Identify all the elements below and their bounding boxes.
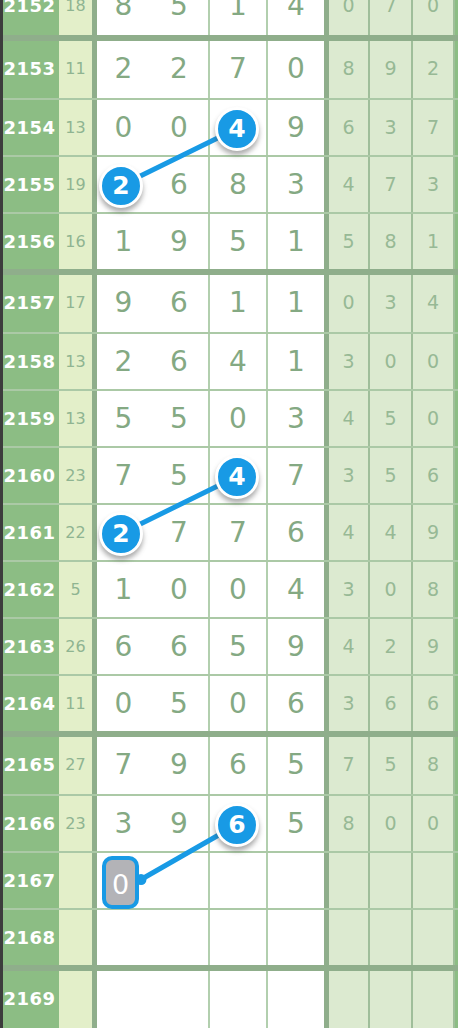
stat-digit-cell: 4 — [324, 391, 368, 446]
draw-row: 2164110506366 — [0, 674, 458, 731]
draw-row: 2153112270892 — [0, 41, 458, 98]
draw-digit-cell: 9 — [92, 275, 150, 332]
draw-digit-cell: 0 — [150, 100, 208, 155]
digit-sum-value: 11 — [59, 676, 92, 731]
digit-sum-value — [59, 910, 92, 965]
stat-digit-cell: 8 — [368, 214, 411, 269]
stat-digit-cell: 0 — [324, 0, 368, 35]
draw-digit-cell: 6 — [266, 505, 324, 560]
picked-number-marker[interactable]: 6 — [215, 803, 259, 847]
draw-digit-cell: 8 — [208, 157, 266, 212]
digit-sum-value — [59, 853, 92, 908]
stat-digit-cell: 3 — [368, 275, 411, 332]
draw-digit-cell: 0 — [208, 562, 266, 617]
stat-digit-cell: 6 — [324, 100, 368, 155]
stat-digit-cell: 3 — [324, 448, 368, 503]
issue-number: 2152 — [0, 0, 59, 35]
draw-digit-cell: 6 — [150, 619, 208, 674]
draw-digit-cell: 7 — [92, 737, 150, 794]
digit-sum-value — [59, 971, 92, 1028]
stat-digit-cell: 9 — [411, 619, 455, 674]
stat-digit-cell: 2 — [368, 619, 411, 674]
draw-digit-cell: 5 — [92, 391, 150, 446]
stat-digit-cell: 8 — [411, 562, 455, 617]
stat-digit-cell: 5 — [368, 391, 411, 446]
stat-digit-cell: 3 — [368, 100, 411, 155]
draw-digit-cell[interactable] — [150, 910, 208, 965]
stat-digit-cell: 3 — [324, 562, 368, 617]
screen-left-edge — [0, 0, 3, 1028]
draw-rows: 2152188514070215311227089221541300496372… — [0, 0, 458, 1028]
issue-number: 2155 — [0, 157, 59, 212]
stat-digit-cell: 0 — [411, 0, 455, 35]
stat-digit-cell: 9 — [411, 505, 455, 560]
picked-number-marker[interactable]: 4 — [215, 107, 259, 151]
draw-row: 2168 — [0, 908, 458, 965]
draw-digit-cell: 6 — [92, 619, 150, 674]
stat-digit-cell: 3 — [411, 157, 455, 212]
draw-digit-cell: 5 — [150, 676, 208, 731]
stat-digit-cell: 7 — [368, 157, 411, 212]
draw-digit-cell[interactable] — [92, 971, 150, 1028]
draw-row: 2169 — [0, 971, 458, 1028]
stat-digit-cell: 4 — [324, 157, 368, 212]
issue-number: 2158 — [0, 334, 59, 389]
digit-sum-value: 16 — [59, 214, 92, 269]
digit-sum-value: 11 — [59, 41, 92, 98]
draw-digit-cell: 6 — [150, 275, 208, 332]
digit-sum-value: 23 — [59, 796, 92, 851]
draw-digit-cell[interactable] — [92, 910, 150, 965]
draw-digit-cell[interactable] — [208, 910, 266, 965]
draw-digit-cell: 1 — [92, 562, 150, 617]
stat-digit-cell: 6 — [368, 676, 411, 731]
draw-digit-cell: 1 — [208, 275, 266, 332]
draw-digit-cell: 5 — [208, 619, 266, 674]
stat-digit-cell — [411, 971, 455, 1028]
draw-row: 2155192683473 — [0, 155, 458, 212]
stat-digit-cell: 8 — [324, 796, 368, 851]
issue-number: 2160 — [0, 448, 59, 503]
draw-digit-cell: 3 — [266, 391, 324, 446]
stat-digit-cell — [368, 853, 411, 908]
draw-digit-cell: 4 — [266, 0, 324, 35]
stat-digit-cell: 4 — [324, 619, 368, 674]
draw-digit-cell: 0 — [266, 41, 324, 98]
stat-digit-cell: 1 — [411, 214, 455, 269]
stat-digit-cell: 3 — [324, 334, 368, 389]
pending-pick-box[interactable]: 0 — [102, 856, 139, 909]
draw-digit-cell: 9 — [266, 619, 324, 674]
draw-digit-cell: 9 — [150, 214, 208, 269]
draw-digit-cell: 1 — [266, 214, 324, 269]
stat-digit-cell: 8 — [324, 41, 368, 98]
digit-sum-value: 13 — [59, 391, 92, 446]
draw-digit-cell: 6 — [208, 737, 266, 794]
digit-sum-value: 13 — [59, 334, 92, 389]
stat-digit-cell: 9 — [368, 41, 411, 98]
stat-digit-cell: 0 — [411, 391, 455, 446]
draw-row: 2163266659429 — [0, 617, 458, 674]
stat-digit-cell — [324, 971, 368, 1028]
stat-digit-cell: 5 — [368, 737, 411, 794]
draw-digit-cell: 3 — [92, 796, 150, 851]
stat-digit-cell: 0 — [411, 334, 455, 389]
draw-digit-cell: 0 — [208, 391, 266, 446]
draw-digit-cell[interactable] — [266, 853, 324, 908]
stat-digit-cell — [368, 910, 411, 965]
stat-digit-cell: 4 — [368, 505, 411, 560]
draw-digit-cell[interactable] — [208, 971, 266, 1028]
draw-digit-cell: 7 — [208, 41, 266, 98]
draw-row: 216251004308 — [0, 560, 458, 617]
draw-digit-cell: 9 — [266, 100, 324, 155]
draw-digit-cell: 4 — [208, 334, 266, 389]
draw-digit-cell[interactable] — [266, 971, 324, 1028]
stat-digit-cell — [324, 910, 368, 965]
draw-digit-cell: 5 — [150, 391, 208, 446]
draw-digit-cell: 4 — [266, 562, 324, 617]
issue-number: 2164 — [0, 676, 59, 731]
digit-sum-value: 22 — [59, 505, 92, 560]
stat-digit-cell: 0 — [411, 796, 455, 851]
issue-number: 2161 — [0, 505, 59, 560]
draw-digit-cell: 6 — [150, 334, 208, 389]
stat-digit-cell: 7 — [324, 737, 368, 794]
draw-digit-cell[interactable] — [150, 853, 208, 908]
stat-digit-cell: 0 — [368, 334, 411, 389]
lottery-trend-chart: 2152188514070215311227089221541300496372… — [0, 0, 458, 1028]
issue-number: 2165 — [0, 737, 59, 794]
digit-sum-value: 19 — [59, 157, 92, 212]
stat-digit-cell: 6 — [411, 448, 455, 503]
stat-digit-cell: 5 — [324, 214, 368, 269]
draw-digit-cell: 7 — [266, 448, 324, 503]
stat-digit-cell — [411, 853, 455, 908]
stat-digit-cell: 4 — [411, 275, 455, 332]
issue-number: 2163 — [0, 619, 59, 674]
issue-number: 2154 — [0, 100, 59, 155]
issue-number: 2167 — [0, 853, 59, 908]
draw-digit-cell: 9 — [150, 796, 208, 851]
digit-sum-value: 26 — [59, 619, 92, 674]
draw-digit-cell: 1 — [92, 214, 150, 269]
stat-digit-cell — [324, 853, 368, 908]
stat-digit-cell: 6 — [411, 676, 455, 731]
draw-digit-cell: 6 — [150, 157, 208, 212]
digit-sum-value: 18 — [59, 0, 92, 35]
draw-digit-cell[interactable] — [266, 910, 324, 965]
stat-digit-cell: 0 — [368, 562, 411, 617]
draw-digit-cell: 0 — [150, 562, 208, 617]
draw-digit-cell: 6 — [266, 676, 324, 731]
draw-digit-cell: 2 — [92, 334, 150, 389]
digit-sum-value: 27 — [59, 737, 92, 794]
issue-number: 2168 — [0, 910, 59, 965]
issue-number: 2162 — [0, 562, 59, 617]
draw-row: 2152188514070 — [0, 0, 458, 35]
draw-digit-cell: 9 — [150, 737, 208, 794]
stat-digit-cell: 0 — [324, 275, 368, 332]
draw-row: 2157179611034 — [0, 275, 458, 332]
draw-digit-cell: 5 — [150, 0, 208, 35]
draw-digit-cell: 1 — [266, 334, 324, 389]
picked-number-marker[interactable]: 2 — [99, 512, 143, 556]
issue-number: 2166 — [0, 796, 59, 851]
stat-digit-cell: 7 — [411, 100, 455, 155]
issue-number: 2159 — [0, 391, 59, 446]
draw-row: 2161222776449 — [0, 503, 458, 560]
issue-number: 2169 — [0, 971, 59, 1028]
draw-row: 2159135503450 — [0, 389, 458, 446]
stat-digit-cell: 4 — [324, 505, 368, 560]
digit-sum-value: 5 — [59, 562, 92, 617]
digit-sum-value: 13 — [59, 100, 92, 155]
issue-number: 2157 — [0, 275, 59, 332]
draw-digit-cell: 5 — [208, 214, 266, 269]
draw-digit-cell: 1 — [208, 0, 266, 35]
draw-digit-cell: 7 — [150, 505, 208, 560]
picked-number-marker[interactable]: 4 — [215, 455, 259, 499]
draw-digit-cell: 1 — [266, 275, 324, 332]
draw-digit-cell: 5 — [266, 796, 324, 851]
stat-digit-cell: 5 — [368, 448, 411, 503]
draw-digit-cell: 3 — [266, 157, 324, 212]
draw-digit-cell: 5 — [266, 737, 324, 794]
stat-digit-cell: 7 — [368, 0, 411, 35]
issue-number: 2156 — [0, 214, 59, 269]
draw-digit-cell: 5 — [150, 448, 208, 503]
draw-digit-cell: 7 — [208, 505, 266, 560]
stat-digit-cell: 3 — [324, 676, 368, 731]
digit-sum-value: 23 — [59, 448, 92, 503]
draw-digit-cell: 2 — [150, 41, 208, 98]
stat-digit-cell — [368, 971, 411, 1028]
draw-digit-cell[interactable] — [208, 853, 266, 908]
draw-row: 2158132641300 — [0, 332, 458, 389]
stat-digit-cell — [411, 910, 455, 965]
picked-number-marker[interactable]: 2 — [99, 164, 143, 208]
stat-digit-cell: 8 — [411, 737, 455, 794]
draw-row: 2165277965758 — [0, 737, 458, 794]
draw-digit-cell: 2 — [92, 41, 150, 98]
digit-sum-value: 17 — [59, 275, 92, 332]
draw-digit-cell[interactable] — [150, 971, 208, 1028]
issue-number: 2153 — [0, 41, 59, 98]
stat-digit-cell: 2 — [411, 41, 455, 98]
draw-digit-cell: 0 — [208, 676, 266, 731]
draw-row: 2167 — [0, 851, 458, 908]
draw-row: 2156161951581 — [0, 212, 458, 269]
draw-digit-cell: 7 — [92, 448, 150, 503]
stat-digit-cell: 0 — [368, 796, 411, 851]
draw-digit-cell: 0 — [92, 100, 150, 155]
draw-digit-cell: 0 — [92, 676, 150, 731]
draw-digit-cell: 8 — [92, 0, 150, 35]
